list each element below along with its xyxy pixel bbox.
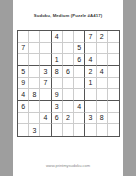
cell-r7c1[interactable]: 6 (18, 101, 29, 113)
cell-r1c7[interactable]: 7 (85, 31, 96, 43)
cell-r9c7[interactable] (85, 124, 96, 136)
cell-r9c8[interactable] (97, 124, 108, 136)
cell-r9c2[interactable]: 3 (29, 124, 40, 136)
cell-r6c1[interactable]: 4 (18, 89, 29, 101)
cell-r5c1[interactable]: 9 (18, 78, 29, 90)
cell-r4c6[interactable] (74, 66, 85, 78)
cell-r7c7[interactable] (85, 101, 96, 113)
cell-r4c3[interactable]: 3 (40, 66, 51, 78)
cell-r9c6[interactable] (74, 124, 85, 136)
cell-r8c4[interactable]: 6 (52, 113, 63, 125)
cell-r9c4[interactable] (52, 124, 63, 136)
sudoku-board: 47275164538624971489634462383 (17, 30, 120, 137)
cell-r6c7[interactable] (85, 89, 96, 101)
cell-r1c1[interactable] (18, 31, 29, 43)
cell-r3c8[interactable] (97, 54, 108, 66)
cell-r7c2[interactable] (29, 101, 40, 113)
cell-r8c9[interactable] (108, 113, 119, 125)
cell-r2c5[interactable] (63, 43, 74, 55)
cell-r8c7[interactable]: 3 (85, 113, 96, 125)
cell-r6c5[interactable] (63, 89, 74, 101)
cell-r3c5[interactable] (63, 54, 74, 66)
cell-r9c3[interactable] (40, 124, 51, 136)
cell-r2c2[interactable] (29, 43, 40, 55)
cell-r4c8[interactable]: 4 (97, 66, 108, 78)
cell-r6c6[interactable] (74, 89, 85, 101)
cell-r2c6[interactable]: 5 (74, 43, 85, 55)
cell-r8c1[interactable] (18, 113, 29, 125)
cell-r5c8[interactable] (97, 78, 108, 90)
cell-r5c3[interactable]: 7 (40, 78, 51, 90)
cell-r5c7[interactable]: 1 (85, 78, 96, 90)
cell-r3c2[interactable] (29, 54, 40, 66)
cell-r6c2[interactable]: 8 (29, 89, 40, 101)
viewer-background: Sudoku, Medium (Puzzle #A417) 4727516453… (0, 0, 136, 176)
cell-r5c2[interactable] (29, 78, 40, 90)
cell-r9c9[interactable] (108, 124, 119, 136)
cell-r6c9[interactable] (108, 89, 119, 101)
cell-r4c5[interactable]: 6 (63, 66, 74, 78)
cell-r3c4[interactable]: 1 (52, 54, 63, 66)
cell-r7c9[interactable] (108, 101, 119, 113)
cell-r4c9[interactable] (108, 66, 119, 78)
cell-r6c3[interactable] (40, 89, 51, 101)
cell-r3c3[interactable] (40, 54, 51, 66)
cell-r4c2[interactable] (29, 66, 40, 78)
cell-r8c8[interactable]: 8 (97, 113, 108, 125)
cell-r7c5[interactable] (63, 101, 74, 113)
cell-r7c6[interactable]: 4 (74, 101, 85, 113)
cell-r2c9[interactable] (108, 43, 119, 55)
cell-r7c4[interactable]: 3 (52, 101, 63, 113)
puzzle-title: Sudoku, Medium (Puzzle #A417) (13, 13, 123, 18)
cell-r8c5[interactable]: 2 (63, 113, 74, 125)
cell-r7c8[interactable] (97, 101, 108, 113)
cell-r9c1[interactable] (18, 124, 29, 136)
cell-r1c8[interactable]: 2 (97, 31, 108, 43)
cell-r5c4[interactable] (52, 78, 63, 90)
cell-r4c4[interactable]: 8 (52, 66, 63, 78)
cell-r3c9[interactable] (108, 54, 119, 66)
cell-r8c3[interactable]: 4 (40, 113, 51, 125)
cell-r2c3[interactable] (40, 43, 51, 55)
cell-r1c9[interactable] (108, 31, 119, 43)
puzzle-page: Sudoku, Medium (Puzzle #A417) 4727516453… (13, 0, 123, 176)
cell-r5c5[interactable] (63, 78, 74, 90)
cell-r1c4[interactable]: 4 (52, 31, 63, 43)
cell-r7c3[interactable] (40, 101, 51, 113)
footer-url: www.printmysudoku.com (13, 163, 123, 168)
cell-r2c4[interactable] (52, 43, 63, 55)
cell-r9c5[interactable] (63, 124, 74, 136)
cell-r5c9[interactable] (108, 78, 119, 90)
cell-r1c3[interactable] (40, 31, 51, 43)
cell-r1c6[interactable] (74, 31, 85, 43)
cell-r3c7[interactable]: 4 (85, 54, 96, 66)
cell-r3c6[interactable]: 6 (74, 54, 85, 66)
cell-r3c1[interactable] (18, 54, 29, 66)
cell-r1c2[interactable] (29, 31, 40, 43)
cell-r2c8[interactable] (97, 43, 108, 55)
cell-r4c7[interactable]: 2 (85, 66, 96, 78)
cell-r8c2[interactable] (29, 113, 40, 125)
cell-r2c7[interactable] (85, 43, 96, 55)
cell-r1c5[interactable] (63, 31, 74, 43)
cell-r8c6[interactable] (74, 113, 85, 125)
cell-r6c4[interactable]: 9 (52, 89, 63, 101)
cell-r5c6[interactable] (74, 78, 85, 90)
cell-r4c1[interactable]: 5 (18, 66, 29, 78)
cell-r2c1[interactable]: 7 (18, 43, 29, 55)
cell-r6c8[interactable] (97, 89, 108, 101)
